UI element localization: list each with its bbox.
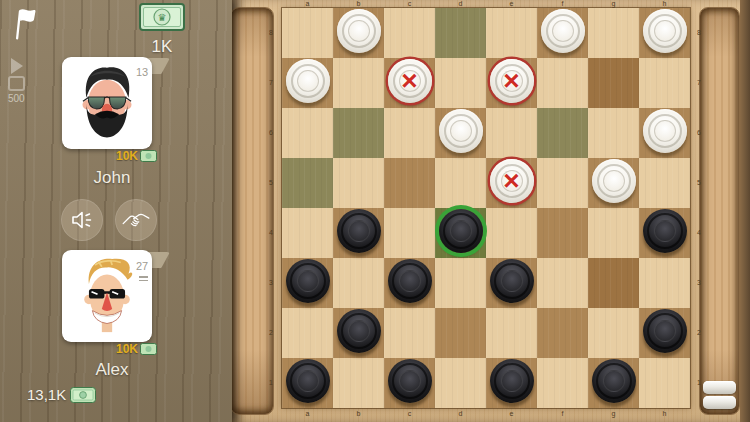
square-b8[interactable] [333,8,384,58]
square-c5[interactable] [384,158,435,208]
square-g1[interactable] [588,358,639,408]
square-d6[interactable] [435,108,486,158]
player2-balance: 10K [116,342,157,356]
square-g3[interactable] [588,258,639,308]
piece-black-d4-selected[interactable] [439,209,483,253]
board-frame: ××× aabbccddeeffgghh8877665544332211 [232,0,750,422]
square-g4 [588,208,639,258]
coord-rank-right-8: 8 [692,8,706,58]
replay-badge-icon[interactable] [8,76,25,91]
sidebar: ♛ 1K 500 [0,0,232,422]
square-h1 [639,358,690,408]
square-h5 [639,158,690,208]
square-f6[interactable] [537,108,588,158]
square-g5[interactable] [588,158,639,208]
piece-white-c7-capture-marked[interactable]: × [388,59,432,103]
square-c7[interactable]: × [384,58,435,108]
square-h4[interactable] [639,208,690,258]
square-b4[interactable] [333,208,384,258]
coord-file-top-b: b [333,0,384,8]
coord-rank-left-6: 6 [264,108,278,158]
player2-badge: 27 [136,260,148,272]
square-b5 [333,158,384,208]
total-balance: 13,1K [27,386,96,403]
square-e2 [486,308,537,358]
coord-file-top-g: g [588,0,639,8]
square-d2[interactable] [435,308,486,358]
piece-white-d6[interactable] [439,109,483,153]
piece-white-e5-capture-marked[interactable]: × [490,159,534,203]
square-g2 [588,308,639,358]
coord-file-bottom-a: a [282,410,333,418]
square-a6 [282,108,333,158]
square-a8 [282,8,333,58]
coord-rank-left-1: 1 [264,358,278,408]
coord-file-bottom-f: f [537,410,588,418]
replay-stake: 500 [8,93,25,104]
square-h7 [639,58,690,108]
square-c8 [384,8,435,58]
square-f3 [537,258,588,308]
piece-white-h6[interactable] [643,109,687,153]
money-bill-icon: ♛ [139,3,185,31]
coord-rank-right-4: 4 [692,208,706,258]
resign-flag-button[interactable] [10,7,42,45]
square-h3 [639,258,690,308]
square-f5 [537,158,588,208]
player2-badge-lines [139,274,148,281]
coord-file-bottom-h: h [639,410,690,418]
square-b6[interactable] [333,108,384,158]
checkers-app: ××× aabbccddeeffgghh8877665544332211 ♛ 1… [0,0,750,422]
money-bill-icon [140,343,157,355]
player2-balance-amount: 10K [116,342,138,356]
square-b1 [333,358,384,408]
piece-black-a1[interactable] [286,359,330,403]
player1-balance: 10K [116,149,157,163]
square-b2[interactable] [333,308,384,358]
play-button[interactable] [11,58,23,74]
square-e5[interactable]: × [486,158,537,208]
square-h2[interactable] [639,308,690,358]
piece-white-f8[interactable] [541,9,585,53]
coord-rank-left-7: 7 [264,58,278,108]
sound-button[interactable] [61,199,103,241]
square-a1[interactable] [282,358,333,408]
square-b3 [333,258,384,308]
piece-white-a7[interactable] [286,59,330,103]
square-c1[interactable] [384,358,435,408]
square-a5[interactable] [282,158,333,208]
piece-black-c1[interactable] [388,359,432,403]
coord-rank-right-3: 3 [692,258,706,308]
square-h6[interactable] [639,108,690,158]
coord-file-bottom-g: g [588,410,639,418]
square-d5 [435,158,486,208]
square-g7[interactable] [588,58,639,108]
square-g8 [588,8,639,58]
square-d1 [435,358,486,408]
coord-rank-left-5: 5 [264,158,278,208]
player2-name: Alex [42,360,182,380]
coord-rank-right-1: 1 [692,358,706,408]
piece-black-h4[interactable] [643,209,687,253]
piece-black-h2[interactable] [643,309,687,353]
piece-black-c3[interactable] [388,259,432,303]
square-h8[interactable] [639,8,690,58]
square-e8 [486,8,537,58]
coord-file-top-e: e [486,0,537,8]
coord-rank-left-3: 3 [264,258,278,308]
coord-rank-right-2: 2 [692,308,706,358]
captured-white-piece [703,396,736,409]
player1-name: John [42,168,182,188]
pot: ♛ 1K [138,3,186,57]
square-f4[interactable] [537,208,588,258]
coord-rank-left-4: 4 [264,208,278,258]
square-g6 [588,108,639,158]
handshake-icon [121,209,151,231]
square-c2 [384,308,435,358]
capture-x-icon: × [388,59,432,103]
square-d7 [435,58,486,108]
square-c4 [384,208,435,258]
coord-file-bottom-c: c [384,410,435,418]
coord-file-top-h: h [639,0,690,8]
square-f7 [537,58,588,108]
coord-file-bottom-b: b [333,410,384,418]
square-b7 [333,58,384,108]
piece-black-a3[interactable] [286,259,330,303]
coord-rank-left-2: 2 [264,308,278,358]
draw-offer-button[interactable] [115,199,157,241]
speaker-icon [70,209,94,231]
player1-balance-amount: 10K [116,149,138,163]
coord-file-top-c: c [384,0,435,8]
coord-rank-right-5: 5 [692,158,706,208]
coord-file-bottom-d: d [435,410,486,418]
coord-file-bottom-e: e [486,410,537,418]
square-d8[interactable] [435,8,486,58]
square-a7[interactable] [282,58,333,108]
frame-right-edge [740,0,750,422]
money-bill-icon [70,387,96,403]
square-f1 [537,358,588,408]
square-e3[interactable] [486,258,537,308]
board: ××× [282,8,690,408]
piece-white-e7-capture-marked[interactable]: × [490,59,534,103]
square-e4 [486,208,537,258]
piece-black-e3[interactable] [490,259,534,303]
money-bill-icon [140,150,157,162]
coord-rank-right-7: 7 [692,58,706,108]
piece-black-e1[interactable] [490,359,534,403]
square-a4 [282,208,333,258]
pot-amount: 1K [138,37,186,57]
square-e6 [486,108,537,158]
piece-black-b4[interactable] [337,209,381,253]
square-c6 [384,108,435,158]
piece-white-b8[interactable] [337,9,381,53]
capture-x-icon: × [490,59,534,103]
coord-file-top-f: f [537,0,588,8]
svg-text:♛: ♛ [158,12,167,23]
capture-x-icon: × [490,159,534,203]
square-f2[interactable] [537,308,588,358]
piece-black-g1[interactable] [592,359,636,403]
piece-white-g5[interactable] [592,159,636,203]
square-d4[interactable] [435,208,486,258]
coord-rank-left-8: 8 [264,8,278,58]
captured-white-piece [703,381,736,394]
square-e1[interactable] [486,358,537,408]
coord-file-top-a: a [282,0,333,8]
total-balance-amount: 13,1K [27,386,66,403]
coord-rank-right-6: 6 [692,108,706,158]
square-a2 [282,308,333,358]
square-a3[interactable] [282,258,333,308]
piece-white-h8[interactable] [643,9,687,53]
square-d3 [435,258,486,308]
player1-badge: 13 [136,66,148,78]
square-f8[interactable] [537,8,588,58]
flag-icon [10,7,42,44]
square-e7[interactable]: × [486,58,537,108]
piece-black-b2[interactable] [337,309,381,353]
square-c3[interactable] [384,258,435,308]
coord-file-top-d: d [435,0,486,8]
